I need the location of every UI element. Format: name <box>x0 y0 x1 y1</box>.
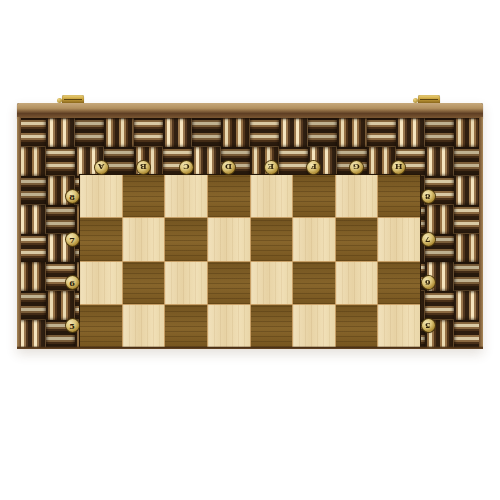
rank-label-left-6-glyph: 6 <box>69 279 75 287</box>
weave-tile <box>163 118 192 147</box>
rank-label-right-8-glyph: 8 <box>425 193 431 201</box>
file-label-d-glyph: D <box>225 163 232 171</box>
square-d6[interactable] <box>208 262 250 304</box>
file-label-f-glyph: F <box>311 163 317 171</box>
file-label-b: B <box>137 161 150 174</box>
rank-label-right-5-glyph: 5 <box>425 322 431 330</box>
square-e6[interactable] <box>251 262 293 304</box>
square-d7[interactable] <box>208 218 250 260</box>
square-b5[interactable] <box>123 305 165 347</box>
rank-label-left-5-glyph: 5 <box>69 322 75 330</box>
product-photo: ABCDEFGH87658765 <box>0 0 500 500</box>
square-a5[interactable] <box>80 305 122 347</box>
rank-label-right-6: 6 <box>422 276 435 289</box>
weave-tile <box>17 118 46 147</box>
weave-tile <box>17 147 46 176</box>
square-h7[interactable] <box>378 218 420 260</box>
weave-tile <box>46 118 75 147</box>
file-label-d: D <box>222 161 235 174</box>
weave-tile <box>425 291 454 320</box>
file-label-a: A <box>95 161 108 174</box>
rank-label-right-6-glyph: 6 <box>425 279 431 287</box>
weave-tile <box>17 320 46 349</box>
square-a8[interactable] <box>80 175 122 217</box>
weave-tile <box>221 118 250 147</box>
square-b7[interactable] <box>123 218 165 260</box>
weave-tile <box>75 118 104 147</box>
file-label-h: H <box>392 161 405 174</box>
square-f6[interactable] <box>293 262 335 304</box>
weave-tile <box>308 118 337 147</box>
rank-label-left-5: 5 <box>66 319 79 332</box>
square-d5[interactable] <box>208 305 250 347</box>
checkerboard <box>80 175 420 347</box>
weave-tile <box>46 147 75 176</box>
rank-label-left-6: 6 <box>66 276 79 289</box>
file-label-a-glyph: A <box>98 163 104 171</box>
square-g7[interactable] <box>336 218 378 260</box>
weave-tile <box>425 118 454 147</box>
square-c8[interactable] <box>165 175 207 217</box>
file-label-b-glyph: B <box>140 163 147 171</box>
weave-tile <box>104 118 133 147</box>
rank-label-right-8: 8 <box>422 190 435 203</box>
square-f5[interactable] <box>293 305 335 347</box>
rank-label-left-7-glyph: 7 <box>69 236 75 244</box>
weave-tile <box>17 205 46 234</box>
square-e7[interactable] <box>251 218 293 260</box>
weave-tile <box>367 147 396 176</box>
square-h5[interactable] <box>378 305 420 347</box>
file-label-c-glyph: C <box>183 163 189 171</box>
square-g8[interactable] <box>336 175 378 217</box>
square-c5[interactable] <box>165 305 207 347</box>
fold-seam <box>17 346 483 349</box>
chessboard: ABCDEFGH87658765 <box>17 103 483 349</box>
file-label-c: C <box>180 161 193 174</box>
weave-tile <box>104 147 133 176</box>
square-f8[interactable] <box>293 175 335 217</box>
board-top-edge <box>17 103 483 118</box>
weave-tile <box>134 118 163 147</box>
rank-label-right-5: 5 <box>422 319 435 332</box>
rank-label-left-7: 7 <box>66 233 79 246</box>
weave-tile <box>46 291 75 320</box>
weave-tile <box>17 234 46 263</box>
weave-tile <box>17 262 46 291</box>
square-d8[interactable] <box>208 175 250 217</box>
weave-tile <box>337 118 366 147</box>
square-g5[interactable] <box>336 305 378 347</box>
rank-label-right-7: 7 <box>422 233 435 246</box>
board-left-edge <box>17 117 21 349</box>
weave-tile <box>279 147 308 176</box>
file-label-e-glyph: E <box>268 163 274 171</box>
square-a7[interactable] <box>80 218 122 260</box>
rank-label-right-7-glyph: 7 <box>425 236 431 244</box>
weave-tile <box>279 118 308 147</box>
square-h8[interactable] <box>378 175 420 217</box>
square-b8[interactable] <box>123 175 165 217</box>
rank-label-left-8-glyph: 8 <box>69 193 75 201</box>
square-h6[interactable] <box>378 262 420 304</box>
file-label-f: F <box>307 161 320 174</box>
weave-tile <box>192 147 221 176</box>
file-label-g-glyph: G <box>353 163 360 171</box>
board-right-edge <box>479 117 483 349</box>
square-e8[interactable] <box>251 175 293 217</box>
weave-tile <box>396 118 425 147</box>
weave-tile <box>250 118 279 147</box>
square-a6[interactable] <box>80 262 122 304</box>
weave-tile <box>192 118 221 147</box>
weave-tile <box>367 118 396 147</box>
square-f7[interactable] <box>293 218 335 260</box>
file-label-g: G <box>350 161 363 174</box>
file-label-e: E <box>265 161 278 174</box>
square-c6[interactable] <box>165 262 207 304</box>
square-e5[interactable] <box>251 305 293 347</box>
rank-label-left-8: 8 <box>66 190 79 203</box>
file-label-h-glyph: H <box>395 163 403 171</box>
weave-tile <box>17 176 46 205</box>
weave-tile <box>17 291 46 320</box>
weave-tile <box>46 205 75 234</box>
square-b6[interactable] <box>123 262 165 304</box>
weave-tile <box>425 147 454 176</box>
square-g6[interactable] <box>336 262 378 304</box>
weave-tile <box>425 205 454 234</box>
square-c7[interactable] <box>165 218 207 260</box>
